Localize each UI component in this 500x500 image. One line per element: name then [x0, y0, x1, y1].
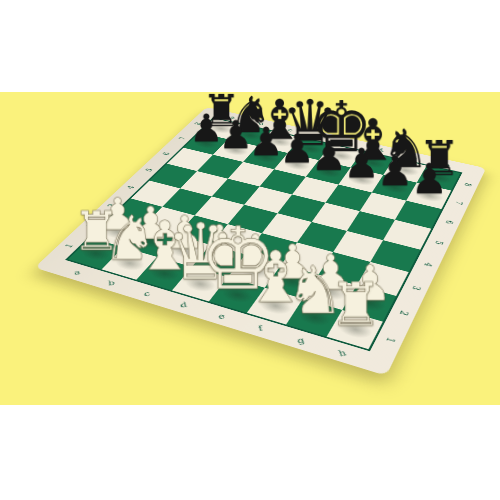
file-label-b-top: b	[255, 120, 267, 126]
product-photo: aa11bb22cc33dd44ee55ff66gg77hh88 ♜♞♝♛♚♝♞…	[0, 0, 500, 500]
piece-white-rook-h1[interactable]: ♜	[302, 271, 408, 339]
file-label-d-top: d	[313, 133, 326, 139]
file-label-a-top: a	[226, 114, 238, 120]
file-label-e-top: e	[343, 140, 356, 147]
file-label-c-top: c	[284, 127, 297, 133]
